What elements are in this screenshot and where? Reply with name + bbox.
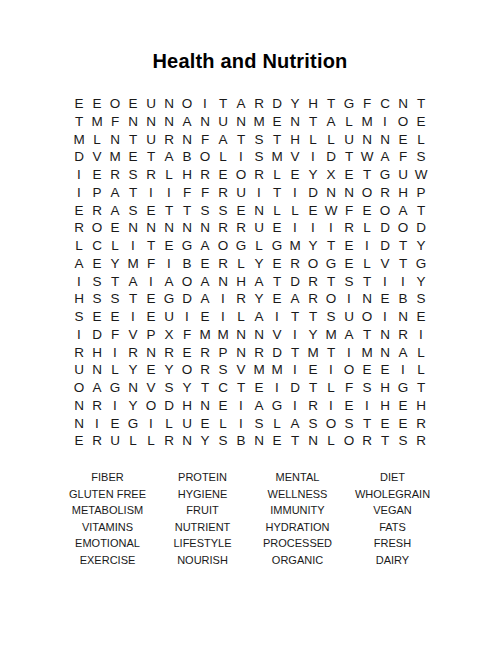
grid-cell-r9c8: A: [196, 237, 214, 255]
word-list-item: LIFESTYLE: [155, 535, 250, 552]
grid-cell-r17c12: I: [268, 379, 286, 397]
grid-cell-r8c9: R: [214, 219, 232, 237]
grid-cell-r3c19: E: [394, 131, 412, 149]
grid-cell-r12c16: I: [340, 290, 358, 308]
grid-cell-r9c20: Y: [412, 237, 430, 255]
grid-cell-r12c17: N: [358, 290, 376, 308]
grid-cell-r4c13: V: [286, 148, 304, 166]
grid-cell-r2c8: N: [196, 113, 214, 131]
grid-cell-r2c15: A: [322, 113, 340, 131]
grid-cell-r5c20: W: [412, 166, 430, 184]
grid-cell-r3c16: U: [340, 131, 358, 149]
grid-cell-r15c20: L: [412, 344, 430, 362]
grid-cell-r2c17: M: [358, 113, 376, 131]
grid-cell-r20c15: L: [322, 432, 340, 450]
grid-cell-r4c18: A: [376, 148, 394, 166]
grid-cell-r1c19: N: [394, 95, 412, 113]
word-list-item: NUTRIENT: [155, 519, 250, 536]
grid-cell-r16c14: E: [304, 361, 322, 379]
grid-cell-r5c2: E: [88, 166, 106, 184]
grid-cell-r14c13: I: [286, 326, 304, 344]
grid-cell-r4c6: A: [160, 148, 178, 166]
grid-cell-r10c10: L: [232, 255, 250, 273]
grid-cell-r3c12: T: [268, 131, 286, 149]
grid-cell-r19c14: S: [304, 415, 322, 433]
grid-cell-r18c4: Y: [124, 397, 142, 415]
grid-cell-r13c16: U: [340, 308, 358, 326]
grid-cell-r3c18: N: [376, 131, 394, 149]
grid-cell-r5c15: X: [322, 166, 340, 184]
grid-cell-r5c1: I: [70, 166, 88, 184]
grid-cell-r1c16: G: [340, 95, 358, 113]
word-list-item: IMMUNITY: [250, 502, 345, 519]
grid-cell-r10c20: G: [412, 255, 430, 273]
grid-cell-r13c2: E: [88, 308, 106, 326]
grid-cell-r18c15: I: [322, 397, 340, 415]
grid-cell-r5c16: E: [340, 166, 358, 184]
grid-cell-r17c13: D: [286, 379, 304, 397]
grid-cell-r12c7: D: [178, 290, 196, 308]
grid-cell-r12c3: S: [106, 290, 124, 308]
grid-cell-r2c3: F: [106, 113, 124, 131]
grid-cell-r19c20: R: [412, 415, 430, 433]
grid-cell-r7c5: E: [142, 202, 160, 220]
grid-cell-r4c11: S: [250, 148, 268, 166]
grid-cell-r2c2: M: [88, 113, 106, 131]
grid-cell-r11c12: T: [268, 273, 286, 291]
grid-cell-r5c18: G: [376, 166, 394, 184]
grid-cell-r16c3: L: [106, 361, 124, 379]
grid-cell-r20c17: R: [358, 432, 376, 450]
grid-cell-r11c5: I: [142, 273, 160, 291]
grid-cell-r1c6: N: [160, 95, 178, 113]
grid-cell-r20c3: U: [106, 432, 124, 450]
grid-cell-r9c18: D: [376, 237, 394, 255]
grid-cell-r15c13: T: [286, 344, 304, 362]
grid-cell-r6c9: R: [214, 184, 232, 202]
grid-cell-r5c11: R: [250, 166, 268, 184]
grid-cell-r9c16: E: [340, 237, 358, 255]
word-list-item: PROCESSED: [250, 535, 345, 552]
grid-cell-r9c19: T: [394, 237, 412, 255]
grid-cell-r19c6: L: [160, 415, 178, 433]
grid-cell-r13c4: I: [124, 308, 142, 326]
grid-cell-r14c3: F: [106, 326, 124, 344]
grid-cell-r12c19: B: [394, 290, 412, 308]
grid-cell-r11c6: A: [160, 273, 178, 291]
grid-cell-r17c15: L: [322, 379, 340, 397]
grid-cell-r18c7: H: [178, 397, 196, 415]
grid-cell-r3c17: N: [358, 131, 376, 149]
grid-cell-r13c8: E: [196, 308, 214, 326]
grid-cell-r1c11: R: [250, 95, 268, 113]
grid-cell-r12c8: A: [196, 290, 214, 308]
grid-cell-r11c7: O: [178, 273, 196, 291]
grid-cell-r8c15: I: [322, 219, 340, 237]
grid-cell-r20c8: Y: [196, 432, 214, 450]
grid-cell-r10c13: R: [286, 255, 304, 273]
grid-cell-r1c18: C: [376, 95, 394, 113]
grid-cell-r4c9: L: [214, 148, 232, 166]
grid-cell-r10c8: E: [196, 255, 214, 273]
grid-cell-r1c8: I: [196, 95, 214, 113]
grid-cell-r20c10: B: [232, 432, 250, 450]
grid-cell-r13c15: S: [322, 308, 340, 326]
grid-cell-r12c5: E: [142, 290, 160, 308]
grid-cell-r9c13: M: [286, 237, 304, 255]
grid-cell-r18c6: D: [160, 397, 178, 415]
grid-cell-r20c1: E: [70, 432, 88, 450]
word-list-column-2: PROTEINHYGIENEFRUITNUTRIENTLIFESTYLENOUR…: [155, 469, 250, 568]
grid-cell-r17c1: O: [70, 379, 88, 397]
grid-cell-r18c13: I: [286, 397, 304, 415]
grid-cell-r14c12: V: [268, 326, 286, 344]
grid-cell-r12c13: A: [286, 290, 304, 308]
grid-cell-r17c17: S: [358, 379, 376, 397]
grid-cell-r18c11: A: [250, 397, 268, 415]
grid-cell-r17c7: Y: [178, 379, 196, 397]
grid-cell-r20c2: R: [88, 432, 106, 450]
grid-cell-r9c2: C: [88, 237, 106, 255]
grid-cell-r20c12: E: [268, 432, 286, 450]
grid-cell-r6c18: R: [376, 184, 394, 202]
grid-cell-r9c5: T: [142, 237, 160, 255]
grid-cell-r17c5: V: [142, 379, 160, 397]
grid-cell-r2c20: E: [412, 113, 430, 131]
grid-cell-r8c20: D: [412, 219, 430, 237]
grid-cell-r8c8: N: [196, 219, 214, 237]
grid-cell-r13c20: E: [412, 308, 430, 326]
grid-cell-r14c2: D: [88, 326, 106, 344]
grid-cell-r16c1: U: [70, 361, 88, 379]
grid-cell-r4c3: M: [106, 148, 124, 166]
grid-cell-r16c18: E: [376, 361, 394, 379]
grid-cell-r15c17: M: [358, 344, 376, 362]
grid-cell-r2c12: E: [268, 113, 286, 131]
grid-cell-r1c14: H: [304, 95, 322, 113]
grid-cell-r16c10: V: [232, 361, 250, 379]
grid-cell-r2c9: U: [214, 113, 232, 131]
grid-cell-r11c9: N: [214, 273, 232, 291]
grid-cell-r16c11: M: [250, 361, 268, 379]
word-list-item: FIBER: [60, 469, 155, 486]
grid-cell-r7c19: A: [394, 202, 412, 220]
grid-cell-r11c1: I: [70, 273, 88, 291]
grid-cell-r5c5: R: [142, 166, 160, 184]
grid-cell-r18c16: E: [340, 397, 358, 415]
grid-cell-r2c10: N: [232, 113, 250, 131]
grid-cell-r12c1: H: [70, 290, 88, 308]
grid-cell-r10c4: M: [124, 255, 142, 273]
grid-cell-r4c12: M: [268, 148, 286, 166]
letter-grid: EEOEUNOITARDYHTGFCNTTMFNNNANUNMENTALMIOE…: [70, 95, 430, 450]
grid-cell-r17c16: F: [340, 379, 358, 397]
grid-cell-r7c10: E: [232, 202, 250, 220]
grid-cell-r10c17: L: [358, 255, 376, 273]
grid-cell-r17c9: C: [214, 379, 232, 397]
grid-cell-r17c11: E: [250, 379, 268, 397]
grid-cell-r11c17: T: [358, 273, 376, 291]
grid-cell-r4c7: B: [178, 148, 196, 166]
grid-cell-r18c20: H: [412, 397, 430, 415]
grid-cell-r19c11: S: [250, 415, 268, 433]
grid-cell-r1c3: O: [106, 95, 124, 113]
grid-cell-r15c8: R: [196, 344, 214, 362]
grid-cell-r13c3: E: [106, 308, 124, 326]
grid-cell-r5c7: H: [178, 166, 196, 184]
grid-cell-r15c15: T: [322, 344, 340, 362]
grid-cell-r2c1: T: [70, 113, 88, 131]
grid-cell-r4c14: I: [304, 148, 322, 166]
grid-cell-r16c7: O: [178, 361, 196, 379]
grid-cell-r3c20: L: [412, 131, 430, 149]
grid-cell-r19c13: A: [286, 415, 304, 433]
grid-cell-r6c17: O: [358, 184, 376, 202]
grid-cell-r19c12: L: [268, 415, 286, 433]
grid-cell-r10c18: V: [376, 255, 394, 273]
grid-cell-r2c4: N: [124, 113, 142, 131]
grid-cell-r19c1: N: [70, 415, 88, 433]
word-list-item: HYGIENE: [155, 486, 250, 503]
grid-cell-r18c14: R: [304, 397, 322, 415]
grid-cell-r13c6: U: [160, 308, 178, 326]
grid-cell-r13c9: I: [214, 308, 232, 326]
grid-cell-r10c1: A: [70, 255, 88, 273]
grid-cell-r11c20: Y: [412, 273, 430, 291]
grid-cell-r6c15: N: [322, 184, 340, 202]
grid-cell-r14c8: M: [196, 326, 214, 344]
word-list: FIBERGLUTEN FREEMETABOLISMVITAMINSEMOTIO…: [60, 469, 440, 568]
grid-cell-r17c2: A: [88, 379, 106, 397]
grid-cell-r17c14: T: [304, 379, 322, 397]
grid-cell-r19c8: E: [196, 415, 214, 433]
grid-cell-r14c20: I: [412, 326, 430, 344]
grid-cell-r16c17: E: [358, 361, 376, 379]
grid-cell-r11c19: I: [394, 273, 412, 291]
grid-cell-r14c18: N: [376, 326, 394, 344]
grid-cell-r2c18: I: [376, 113, 394, 131]
grid-cell-r1c17: F: [358, 95, 376, 113]
grid-cell-r6c13: I: [286, 184, 304, 202]
grid-cell-r2c13: N: [286, 113, 304, 131]
word-list-item: PROTEIN: [155, 469, 250, 486]
grid-cell-r16c16: O: [340, 361, 358, 379]
grid-cell-r8c17: L: [358, 219, 376, 237]
word-list-item: ORGANIC: [250, 552, 345, 569]
grid-cell-r12c20: S: [412, 290, 430, 308]
grid-cell-r20c16: O: [340, 432, 358, 450]
grid-cell-r16c8: R: [196, 361, 214, 379]
grid-cell-r19c3: E: [106, 415, 124, 433]
grid-cell-r14c15: M: [322, 326, 340, 344]
grid-cell-r14c5: P: [142, 326, 160, 344]
grid-cell-r14c10: N: [232, 326, 250, 344]
grid-cell-r19c19: E: [394, 415, 412, 433]
grid-cell-r17c20: T: [412, 379, 430, 397]
grid-cell-r18c9: E: [214, 397, 232, 415]
grid-cell-r14c16: A: [340, 326, 358, 344]
grid-cell-r8c5: N: [142, 219, 160, 237]
grid-cell-r5c10: O: [232, 166, 250, 184]
grid-cell-r17c4: N: [124, 379, 142, 397]
grid-cell-r9c6: E: [160, 237, 178, 255]
word-list-item: VEGAN: [345, 502, 440, 519]
grid-cell-r20c13: T: [286, 432, 304, 450]
grid-cell-r6c20: P: [412, 184, 430, 202]
grid-cell-r16c19: I: [394, 361, 412, 379]
grid-cell-r8c1: R: [70, 219, 88, 237]
grid-cell-r9c14: Y: [304, 237, 322, 255]
grid-cell-r14c11: N: [250, 326, 268, 344]
grid-cell-r20c20: R: [412, 432, 430, 450]
grid-cell-r6c12: T: [268, 184, 286, 202]
grid-cell-r19c7: U: [178, 415, 196, 433]
grid-cell-r8c11: U: [250, 219, 268, 237]
grid-cell-r15c6: R: [160, 344, 178, 362]
grid-cell-r6c5: I: [142, 184, 160, 202]
grid-cell-r3c4: T: [124, 131, 142, 149]
grid-cell-r15c1: R: [70, 344, 88, 362]
grid-cell-r12c11: Y: [250, 290, 268, 308]
grid-cell-r16c20: L: [412, 361, 430, 379]
grid-cell-r16c12: M: [268, 361, 286, 379]
grid-cell-r15c18: N: [376, 344, 394, 362]
grid-cell-r14c19: R: [394, 326, 412, 344]
word-list-item: VITAMINS: [60, 519, 155, 536]
grid-cell-r15c4: R: [124, 344, 142, 362]
grid-cell-r3c1: M: [70, 131, 88, 149]
grid-cell-r2c11: M: [250, 113, 268, 131]
grid-cell-r18c1: N: [70, 397, 88, 415]
grid-cell-r7c20: T: [412, 202, 430, 220]
grid-cell-r13c18: I: [376, 308, 394, 326]
grid-cell-r8c4: N: [124, 219, 142, 237]
grid-cell-r9c10: G: [232, 237, 250, 255]
grid-cell-r5c17: T: [358, 166, 376, 184]
grid-cell-r12c14: R: [304, 290, 322, 308]
grid-cell-r13c17: O: [358, 308, 376, 326]
grid-cell-r15c12: D: [268, 344, 286, 362]
grid-cell-r19c15: O: [322, 415, 340, 433]
grid-cell-r6c1: I: [70, 184, 88, 202]
word-list-item: GLUTEN FREE: [60, 486, 155, 503]
grid-cell-r18c17: I: [358, 397, 376, 415]
grid-cell-r10c16: E: [340, 255, 358, 273]
grid-cell-r6c11: I: [250, 184, 268, 202]
grid-cell-r14c6: X: [160, 326, 178, 344]
grid-cell-r15c3: I: [106, 344, 124, 362]
grid-cell-r6c7: F: [178, 184, 196, 202]
grid-cell-r10c9: R: [214, 255, 232, 273]
grid-cell-r18c8: N: [196, 397, 214, 415]
grid-cell-r6c2: P: [88, 184, 106, 202]
grid-cell-r16c4: Y: [124, 361, 142, 379]
grid-cell-r5c13: E: [286, 166, 304, 184]
grid-cell-r20c4: L: [124, 432, 142, 450]
grid-cell-r11c18: I: [376, 273, 394, 291]
grid-cell-r10c7: B: [178, 255, 196, 273]
grid-cell-r13c7: I: [178, 308, 196, 326]
word-list-item: METABOLISM: [60, 502, 155, 519]
grid-cell-r10c6: I: [160, 255, 178, 273]
grid-cell-r19c10: I: [232, 415, 250, 433]
grid-cell-r4c5: T: [142, 148, 160, 166]
grid-cell-r8c3: E: [106, 219, 124, 237]
grid-cell-r20c5: L: [142, 432, 160, 450]
grid-cell-r8c6: N: [160, 219, 178, 237]
grid-cell-r10c14: O: [304, 255, 322, 273]
grid-cell-r1c4: E: [124, 95, 142, 113]
grid-cell-r11c3: T: [106, 273, 124, 291]
grid-cell-r20c9: S: [214, 432, 232, 450]
grid-cell-r17c19: G: [394, 379, 412, 397]
grid-cell-r9c3: L: [106, 237, 124, 255]
grid-cell-r4c17: W: [358, 148, 376, 166]
grid-cell-r18c12: G: [268, 397, 286, 415]
grid-cell-r13c19: N: [394, 308, 412, 326]
grid-cell-r8c10: R: [232, 219, 250, 237]
grid-cell-r4c1: D: [70, 148, 88, 166]
grid-cell-r18c3: I: [106, 397, 124, 415]
grid-cell-r8c14: I: [304, 219, 322, 237]
grid-cell-r7c6: T: [160, 202, 178, 220]
grid-cell-r11c10: H: [232, 273, 250, 291]
grid-cell-r10c12: E: [268, 255, 286, 273]
grid-cell-r4c4: E: [124, 148, 142, 166]
grid-cell-r4c2: V: [88, 148, 106, 166]
grid-cell-r13c12: I: [268, 308, 286, 326]
grid-cell-r11c13: D: [286, 273, 304, 291]
grid-cell-r1c12: D: [268, 95, 286, 113]
grid-cell-r2c5: N: [142, 113, 160, 131]
grid-cell-r8c7: N: [178, 219, 196, 237]
grid-cell-r3c3: N: [106, 131, 124, 149]
grid-cell-r13c5: E: [142, 308, 160, 326]
grid-cell-r8c18: D: [376, 219, 394, 237]
grid-cell-r6c16: N: [340, 184, 358, 202]
grid-cell-r5c9: E: [214, 166, 232, 184]
grid-cell-r4c15: D: [322, 148, 340, 166]
grid-cell-r3c13: H: [286, 131, 304, 149]
grid-cell-r1c5: U: [142, 95, 160, 113]
grid-cell-r6c3: A: [106, 184, 124, 202]
grid-cell-r13c1: S: [70, 308, 88, 326]
grid-cell-r10c3: Y: [106, 255, 124, 273]
grid-cell-r10c15: G: [322, 255, 340, 273]
grid-cell-r1c10: A: [232, 95, 250, 113]
grid-cell-r1c20: T: [412, 95, 430, 113]
word-list-item: DIET: [345, 469, 440, 486]
grid-cell-r7c14: E: [304, 202, 322, 220]
grid-cell-r10c11: Y: [250, 255, 268, 273]
grid-cell-r7c15: W: [322, 202, 340, 220]
grid-cell-r5c19: U: [394, 166, 412, 184]
grid-cell-r14c17: T: [358, 326, 376, 344]
grid-cell-r16c13: I: [286, 361, 304, 379]
grid-cell-r9c7: G: [178, 237, 196, 255]
grid-cell-r7c9: S: [214, 202, 232, 220]
grid-cell-r8c19: O: [394, 219, 412, 237]
grid-cell-r6c14: D: [304, 184, 322, 202]
grid-cell-r5c14: Y: [304, 166, 322, 184]
grid-cell-r20c14: N: [304, 432, 322, 450]
word-list-item: WELLNESS: [250, 486, 345, 503]
word-list-item: FRUIT: [155, 502, 250, 519]
grid-cell-r9c17: I: [358, 237, 376, 255]
grid-cell-r18c10: I: [232, 397, 250, 415]
grid-cell-r15c19: A: [394, 344, 412, 362]
grid-cell-r6c10: U: [232, 184, 250, 202]
